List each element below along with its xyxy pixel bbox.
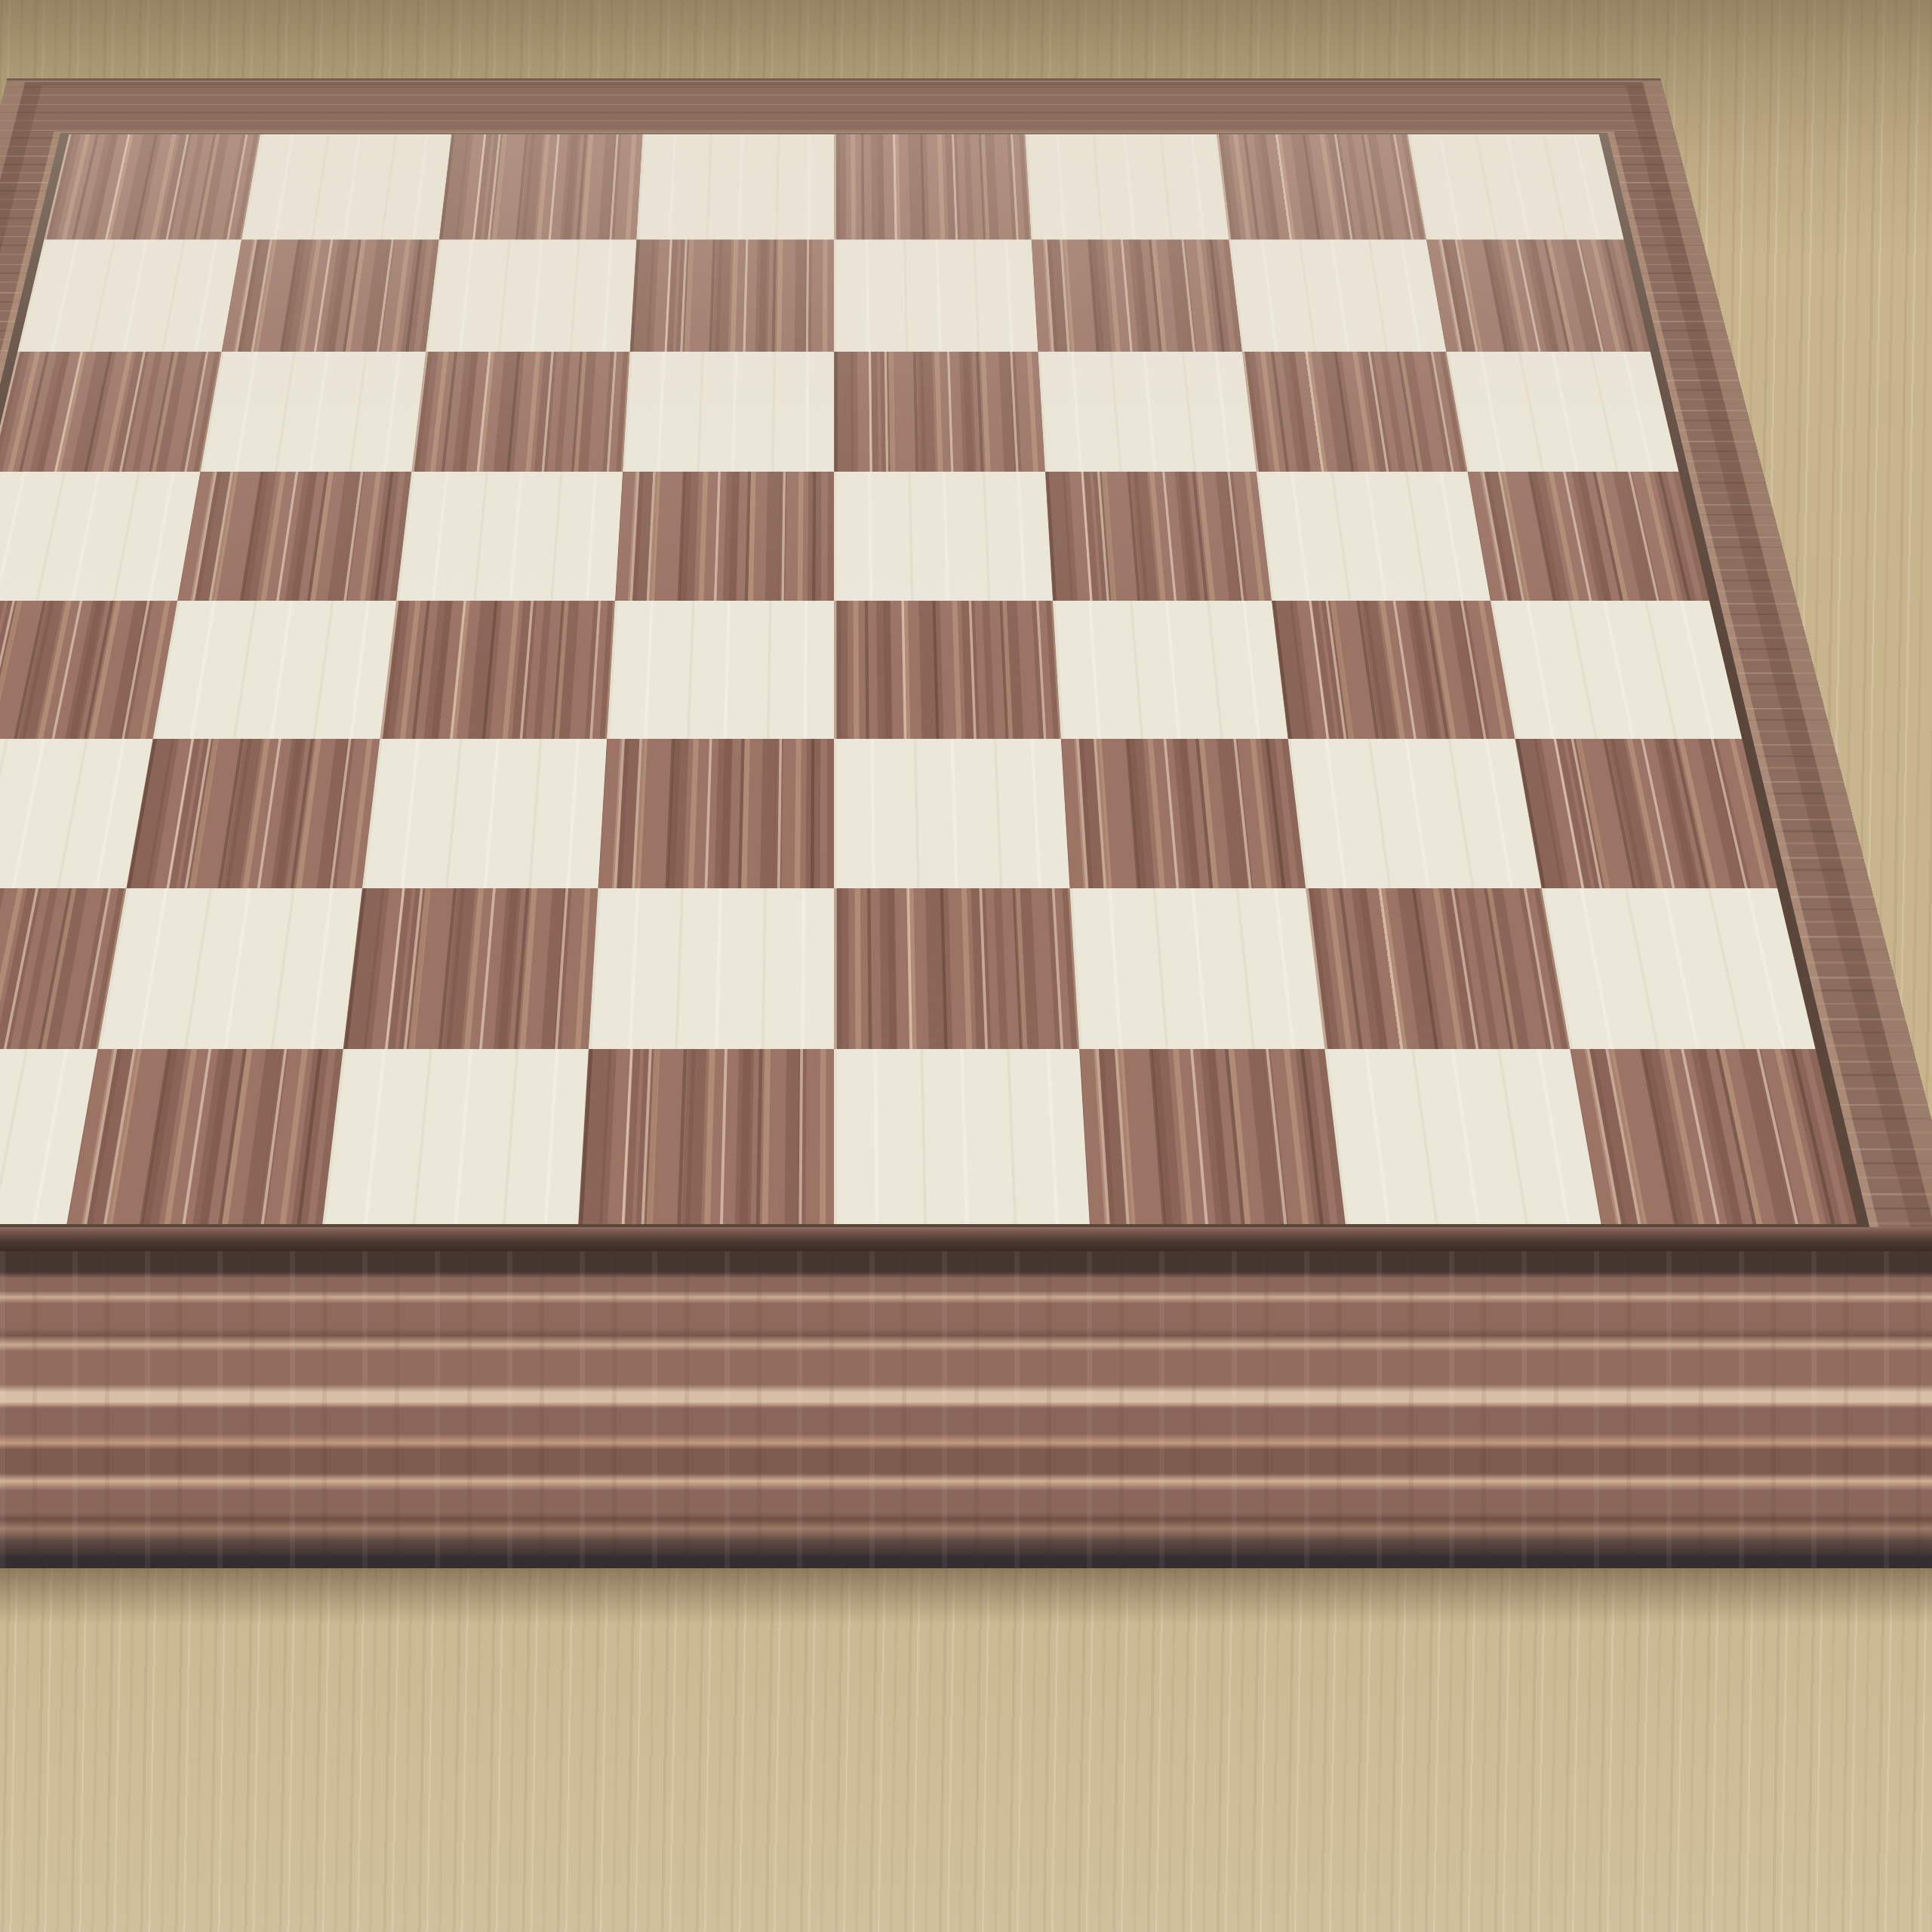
square-d3	[598, 739, 834, 888]
square-e6	[834, 352, 1045, 472]
square-b7	[222, 240, 439, 352]
square-b5	[177, 472, 411, 601]
square-g4	[1272, 601, 1515, 739]
square-h3	[1515, 739, 1777, 888]
square-a4	[0, 601, 177, 739]
board-grid	[0, 133, 1869, 1227]
square-c3	[362, 739, 607, 888]
square-c1	[322, 1049, 589, 1224]
square-e5	[834, 472, 1053, 601]
square-e8	[834, 134, 1032, 239]
square-f3	[1061, 739, 1306, 888]
square-b1	[66, 1049, 343, 1224]
square-d5	[615, 472, 834, 601]
square-e1	[834, 1049, 1090, 1224]
square-c5	[396, 472, 623, 601]
square-b8	[241, 134, 451, 239]
square-f1	[1079, 1049, 1346, 1224]
square-f6	[1038, 352, 1256, 472]
square-h2	[1542, 888, 1816, 1050]
square-h7	[1426, 240, 1651, 352]
square-a6	[0, 352, 222, 472]
square-f5	[1045, 472, 1272, 601]
board-front-edge-band	[0, 1227, 1932, 1251]
square-e7	[834, 240, 1038, 352]
table-contact-shadow	[0, 1568, 1932, 1624]
square-b4	[153, 601, 397, 739]
square-d4	[607, 601, 834, 739]
square-f7	[1032, 240, 1242, 352]
square-d1	[578, 1049, 834, 1224]
square-a5	[0, 472, 200, 601]
scene	[0, 0, 1932, 1932]
square-g6	[1242, 352, 1468, 472]
square-h5	[1468, 472, 1709, 601]
square-b6	[200, 352, 426, 472]
square-c8	[439, 134, 643, 239]
square-c4	[380, 601, 615, 739]
square-c2	[343, 888, 598, 1050]
square-g8	[1217, 134, 1426, 239]
square-f4	[1053, 601, 1288, 739]
chessboard-top-face	[0, 78, 1932, 1251]
square-g1	[1324, 1049, 1601, 1224]
square-e2	[834, 888, 1079, 1050]
square-h8	[1407, 134, 1623, 239]
square-h1	[1570, 1049, 1857, 1224]
square-b2	[98, 888, 362, 1050]
square-d6	[623, 352, 834, 472]
square-f8	[1025, 134, 1229, 239]
square-b3	[126, 739, 380, 888]
square-c7	[426, 240, 636, 352]
square-d7	[630, 240, 834, 352]
square-d8	[636, 134, 834, 239]
square-d2	[589, 888, 834, 1050]
square-e4	[834, 601, 1061, 739]
square-h4	[1491, 601, 1742, 739]
square-g3	[1288, 739, 1542, 888]
board-edge-molding	[0, 1251, 1932, 1568]
square-g5	[1257, 472, 1491, 601]
square-g7	[1229, 240, 1446, 352]
square-a8	[44, 134, 260, 239]
square-g2	[1306, 888, 1570, 1050]
square-f2	[1070, 888, 1325, 1050]
square-c6	[411, 352, 629, 472]
square-h6	[1446, 352, 1678, 472]
square-a7	[17, 240, 241, 352]
square-e3	[834, 739, 1070, 888]
